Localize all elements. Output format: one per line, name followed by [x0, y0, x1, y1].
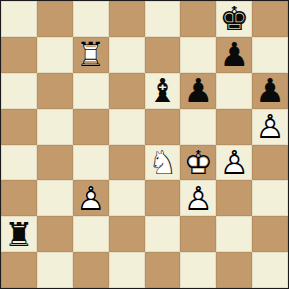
square-b4[interactable]: [37, 145, 73, 181]
square-a6[interactable]: [1, 73, 37, 109]
square-d3[interactable]: [109, 180, 145, 216]
black-pawn[interactable]: ♟: [252, 73, 288, 109]
square-c1[interactable]: [73, 252, 109, 288]
black-rook[interactable]: ♜: [1, 216, 37, 252]
square-f6[interactable]: ♟: [180, 73, 216, 109]
chess-board: ♚♜♖♟♝♟♟♟♙♞♘♚♔♟♙♟♙♟♙♜: [0, 0, 289, 289]
white-knight[interactable]: ♞♘: [145, 145, 181, 181]
square-c5[interactable]: [73, 109, 109, 145]
pawn-solid-glyph: ♟: [255, 74, 285, 107]
square-d1[interactable]: [109, 252, 145, 288]
square-e6[interactable]: ♝: [145, 73, 181, 109]
pawn-outline-glyph: ♙: [255, 110, 285, 143]
square-f3[interactable]: ♟♙: [180, 180, 216, 216]
square-e5[interactable]: [145, 109, 181, 145]
square-g4[interactable]: ♟♙: [216, 145, 252, 181]
pawn-outline-glyph: ♙: [219, 146, 249, 179]
square-b6[interactable]: [37, 73, 73, 109]
square-g7[interactable]: ♟: [216, 37, 252, 73]
square-b3[interactable]: [37, 180, 73, 216]
square-g1[interactable]: [216, 252, 252, 288]
square-c2[interactable]: [73, 216, 109, 252]
square-f8[interactable]: [180, 1, 216, 37]
black-bishop[interactable]: ♝: [145, 73, 181, 109]
square-c4[interactable]: [73, 145, 109, 181]
white-pawn[interactable]: ♟♙: [73, 180, 109, 216]
black-pawn[interactable]: ♟: [216, 37, 252, 73]
knight-outline-glyph: ♘: [148, 146, 178, 179]
square-f7[interactable]: [180, 37, 216, 73]
square-e7[interactable]: [145, 37, 181, 73]
square-a1[interactable]: [1, 252, 37, 288]
square-d8[interactable]: [109, 1, 145, 37]
square-h1[interactable]: [252, 252, 288, 288]
square-g3[interactable]: [216, 180, 252, 216]
square-d2[interactable]: [109, 216, 145, 252]
white-pawn[interactable]: ♟♙: [216, 145, 252, 181]
square-e1[interactable]: [145, 252, 181, 288]
square-a4[interactable]: [1, 145, 37, 181]
square-c6[interactable]: [73, 73, 109, 109]
square-c8[interactable]: [73, 1, 109, 37]
square-e4[interactable]: ♞♘: [145, 145, 181, 181]
square-g5[interactable]: [216, 109, 252, 145]
square-a3[interactable]: [1, 180, 37, 216]
black-king[interactable]: ♚: [216, 1, 252, 37]
square-b2[interactable]: [37, 216, 73, 252]
square-d5[interactable]: [109, 109, 145, 145]
white-rook[interactable]: ♜♖: [73, 37, 109, 73]
pawn-solid-glyph: ♟: [184, 74, 214, 107]
square-b5[interactable]: [37, 109, 73, 145]
square-h4[interactable]: [252, 145, 288, 181]
square-e8[interactable]: [145, 1, 181, 37]
square-h6[interactable]: ♟: [252, 73, 288, 109]
square-h2[interactable]: [252, 216, 288, 252]
square-h7[interactable]: [252, 37, 288, 73]
king-solid-glyph: ♚: [219, 2, 249, 35]
square-f1[interactable]: [180, 252, 216, 288]
chess-board-window: ♚♜♖♟♝♟♟♟♙♞♘♚♔♟♙♟♙♟♙♜: [0, 0, 289, 289]
pawn-outline-glyph: ♙: [76, 182, 106, 215]
square-a2[interactable]: ♜: [1, 216, 37, 252]
white-pawn[interactable]: ♟♙: [180, 180, 216, 216]
square-h5[interactable]: ♟♙: [252, 109, 288, 145]
square-d4[interactable]: [109, 145, 145, 181]
square-g6[interactable]: [216, 73, 252, 109]
white-pawn[interactable]: ♟♙: [252, 109, 288, 145]
square-f5[interactable]: [180, 109, 216, 145]
rook-solid-glyph: ♜: [4, 218, 34, 251]
square-a8[interactable]: [1, 1, 37, 37]
white-king[interactable]: ♚♔: [180, 145, 216, 181]
square-g2[interactable]: [216, 216, 252, 252]
square-d7[interactable]: [109, 37, 145, 73]
square-a5[interactable]: [1, 109, 37, 145]
square-f4[interactable]: ♚♔: [180, 145, 216, 181]
square-f2[interactable]: [180, 216, 216, 252]
square-b1[interactable]: [37, 252, 73, 288]
black-pawn[interactable]: ♟: [180, 73, 216, 109]
square-g8[interactable]: ♚: [216, 1, 252, 37]
square-c7[interactable]: ♜♖: [73, 37, 109, 73]
king-outline-glyph: ♔: [184, 146, 214, 179]
square-c3[interactable]: ♟♙: [73, 180, 109, 216]
square-b7[interactable]: [37, 37, 73, 73]
square-h3[interactable]: [252, 180, 288, 216]
square-h8[interactable]: [252, 1, 288, 37]
pawn-outline-glyph: ♙: [184, 182, 214, 215]
square-d6[interactable]: [109, 73, 145, 109]
bishop-solid-glyph: ♝: [148, 74, 178, 107]
square-a7[interactable]: [1, 37, 37, 73]
pawn-solid-glyph: ♟: [219, 38, 249, 71]
square-e2[interactable]: [145, 216, 181, 252]
square-e3[interactable]: [145, 180, 181, 216]
rook-outline-glyph: ♖: [76, 38, 106, 71]
square-b8[interactable]: [37, 1, 73, 37]
